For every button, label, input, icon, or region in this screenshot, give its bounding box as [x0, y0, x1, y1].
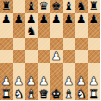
- piece-black-pawn[interactable]: ♟: [64, 13, 74, 26]
- square-f8[interactable]: ♝: [63, 0, 76, 13]
- piece-white-rook[interactable]: ♜: [1, 88, 11, 101]
- square-e1[interactable]: ♚: [50, 88, 63, 101]
- square-c1[interactable]: ♝: [25, 88, 38, 101]
- square-f6[interactable]: [63, 25, 76, 38]
- square-a3[interactable]: [0, 63, 13, 76]
- piece-white-king[interactable]: ♚: [51, 88, 61, 101]
- square-g2[interactable]: ♟: [75, 75, 88, 88]
- piece-black-pawn[interactable]: ♟: [89, 13, 99, 26]
- square-a7[interactable]: ♟: [0, 13, 13, 26]
- piece-black-bishop[interactable]: ♝: [26, 0, 36, 13]
- square-a5[interactable]: [0, 38, 13, 51]
- square-b4[interactable]: [13, 50, 26, 63]
- piece-black-pawn[interactable]: ♟: [76, 13, 86, 26]
- square-g6[interactable]: [75, 25, 88, 38]
- square-e4[interactable]: ♟: [50, 50, 63, 63]
- square-g3[interactable]: [75, 63, 88, 76]
- square-h3[interactable]: [88, 63, 101, 76]
- piece-black-king[interactable]: ♚: [51, 0, 61, 13]
- piece-black-pawn[interactable]: ♟: [1, 13, 11, 26]
- piece-white-pawn[interactable]: ♟: [64, 75, 74, 88]
- square-a8[interactable]: ♜: [0, 0, 13, 13]
- square-b2[interactable]: ♟: [13, 75, 26, 88]
- piece-white-pawn[interactable]: ♟: [39, 75, 49, 88]
- piece-black-rook[interactable]: ♜: [89, 0, 99, 13]
- square-e8[interactable]: ♚: [50, 0, 63, 13]
- square-f4[interactable]: [63, 50, 76, 63]
- square-d3[interactable]: [38, 63, 51, 76]
- square-g5[interactable]: [75, 38, 88, 51]
- piece-black-queen[interactable]: ♛: [39, 0, 49, 13]
- square-h2[interactable]: ♟: [88, 75, 101, 88]
- square-b6[interactable]: [13, 25, 26, 38]
- piece-white-knight[interactable]: ♞: [76, 88, 86, 101]
- square-e3[interactable]: [50, 63, 63, 76]
- piece-white-bishop[interactable]: ♝: [64, 88, 74, 101]
- square-f3[interactable]: [63, 63, 76, 76]
- square-a6[interactable]: [0, 25, 13, 38]
- piece-black-knight[interactable]: ♞: [76, 0, 86, 13]
- square-d2[interactable]: ♟: [38, 75, 51, 88]
- square-b8[interactable]: [13, 0, 26, 13]
- piece-black-pawn[interactable]: ♟: [51, 13, 61, 26]
- square-c3[interactable]: [25, 63, 38, 76]
- square-f2[interactable]: ♟: [63, 75, 76, 88]
- square-c2[interactable]: ♟: [25, 75, 38, 88]
- square-b5[interactable]: [13, 38, 26, 51]
- square-e6[interactable]: [50, 25, 63, 38]
- square-g7[interactable]: ♟: [75, 13, 88, 26]
- square-h6[interactable]: [88, 25, 101, 38]
- square-h4[interactable]: [88, 50, 101, 63]
- piece-white-pawn[interactable]: ♟: [14, 75, 24, 88]
- piece-black-pawn[interactable]: ♟: [14, 13, 24, 26]
- square-d6[interactable]: [38, 25, 51, 38]
- piece-white-queen[interactable]: ♛: [39, 88, 49, 101]
- chess-board: ♜♝♛♚♝♞♜♟♟♟♟♟♟♟♟♞♟♟♟♟♟♟♟♟♜♞♝♛♚♝♞♜: [0, 0, 100, 100]
- piece-white-knight[interactable]: ♞: [14, 88, 24, 101]
- piece-white-pawn[interactable]: ♟: [26, 75, 36, 88]
- square-h8[interactable]: ♜: [88, 0, 101, 13]
- square-d7[interactable]: ♟: [38, 13, 51, 26]
- square-h5[interactable]: [88, 38, 101, 51]
- square-a2[interactable]: ♟: [0, 75, 13, 88]
- square-h1[interactable]: ♜: [88, 88, 101, 101]
- piece-black-rook[interactable]: ♜: [1, 0, 11, 13]
- square-b3[interactable]: [13, 63, 26, 76]
- square-d8[interactable]: ♛: [38, 0, 51, 13]
- square-c7[interactable]: ♟: [25, 13, 38, 26]
- square-b7[interactable]: ♟: [13, 13, 26, 26]
- square-g4[interactable]: [75, 50, 88, 63]
- square-c6[interactable]: ♞: [25, 25, 38, 38]
- square-a1[interactable]: ♜: [0, 88, 13, 101]
- piece-white-rook[interactable]: ♜: [89, 88, 99, 101]
- square-e2[interactable]: [50, 75, 63, 88]
- square-d1[interactable]: ♛: [38, 88, 51, 101]
- piece-black-pawn[interactable]: ♟: [26, 13, 36, 26]
- square-g1[interactable]: ♞: [75, 88, 88, 101]
- square-e5[interactable]: [50, 38, 63, 51]
- piece-white-pawn[interactable]: ♟: [51, 50, 61, 63]
- piece-black-knight[interactable]: ♞: [26, 25, 36, 38]
- square-d4[interactable]: [38, 50, 51, 63]
- square-b1[interactable]: ♞: [13, 88, 26, 101]
- square-c5[interactable]: [25, 38, 38, 51]
- piece-white-bishop[interactable]: ♝: [26, 88, 36, 101]
- square-c4[interactable]: [25, 50, 38, 63]
- piece-white-pawn[interactable]: ♟: [76, 75, 86, 88]
- piece-black-pawn[interactable]: ♟: [39, 13, 49, 26]
- square-f5[interactable]: [63, 38, 76, 51]
- square-g8[interactable]: ♞: [75, 0, 88, 13]
- square-f1[interactable]: ♝: [63, 88, 76, 101]
- square-f7[interactable]: ♟: [63, 13, 76, 26]
- piece-white-pawn[interactable]: ♟: [1, 75, 11, 88]
- square-c8[interactable]: ♝: [25, 0, 38, 13]
- piece-white-pawn[interactable]: ♟: [89, 75, 99, 88]
- square-e7[interactable]: ♟: [50, 13, 63, 26]
- piece-black-bishop[interactable]: ♝: [64, 0, 74, 13]
- square-h7[interactable]: ♟: [88, 13, 101, 26]
- square-a4[interactable]: [0, 50, 13, 63]
- square-d5[interactable]: [38, 38, 51, 51]
